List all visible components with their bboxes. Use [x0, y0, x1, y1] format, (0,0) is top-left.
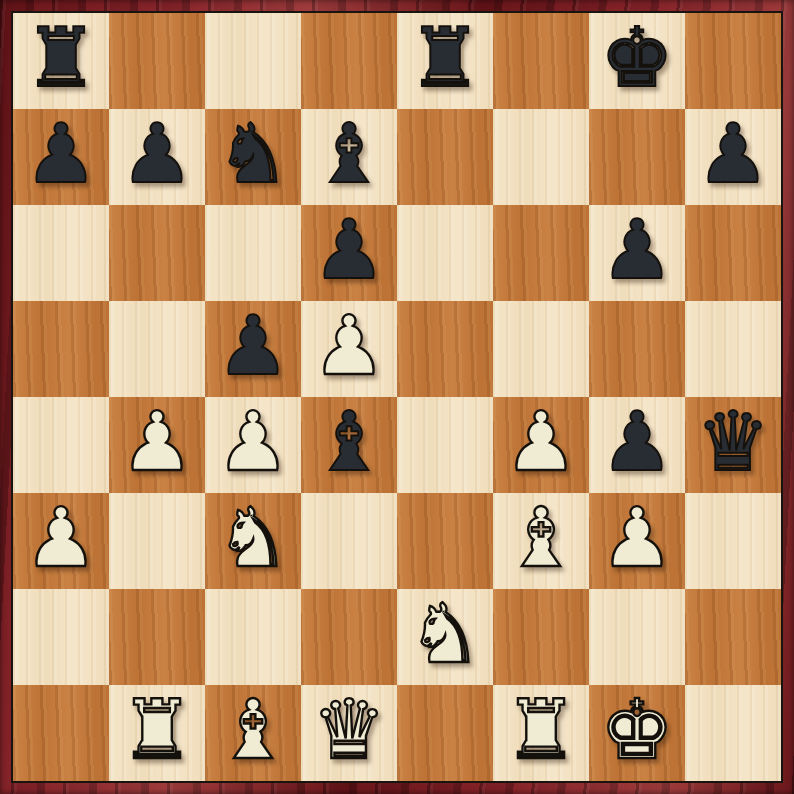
square-d5[interactable]: ♟	[301, 301, 397, 397]
square-d7[interactable]: ♝	[301, 109, 397, 205]
piece-black-pawn[interactable]: ♟	[216, 298, 290, 394]
square-e7[interactable]	[397, 109, 493, 205]
piece-black-bishop[interactable]: ♝	[312, 106, 386, 202]
square-b5[interactable]	[109, 301, 205, 397]
square-c8[interactable]	[205, 13, 301, 109]
piece-black-pawn[interactable]: ♟	[24, 106, 98, 202]
square-d3[interactable]	[301, 493, 397, 589]
square-c5[interactable]: ♟	[205, 301, 301, 397]
piece-black-queen[interactable]: ♛	[696, 394, 770, 490]
square-f4[interactable]: ♟	[493, 397, 589, 493]
square-e2[interactable]: ♞	[397, 589, 493, 685]
piece-black-knight[interactable]: ♞	[216, 106, 290, 202]
square-a1[interactable]	[13, 685, 109, 781]
square-f3[interactable]: ♝	[493, 493, 589, 589]
piece-white-pawn[interactable]: ♟	[600, 490, 674, 586]
square-g4[interactable]: ♟	[589, 397, 685, 493]
square-g7[interactable]	[589, 109, 685, 205]
square-g2[interactable]	[589, 589, 685, 685]
square-f8[interactable]	[493, 13, 589, 109]
piece-black-king[interactable]: ♚	[600, 10, 674, 106]
square-a7[interactable]: ♟	[13, 109, 109, 205]
piece-white-rook[interactable]: ♜	[504, 682, 578, 778]
square-c3[interactable]: ♞	[205, 493, 301, 589]
piece-white-knight[interactable]: ♞	[408, 586, 482, 682]
square-d8[interactable]	[301, 13, 397, 109]
piece-white-rook[interactable]: ♜	[120, 682, 194, 778]
square-f6[interactable]	[493, 205, 589, 301]
square-f5[interactable]	[493, 301, 589, 397]
square-c6[interactable]	[205, 205, 301, 301]
piece-white-pawn[interactable]: ♟	[504, 394, 578, 490]
square-h2[interactable]	[685, 589, 781, 685]
square-a2[interactable]	[13, 589, 109, 685]
square-e4[interactable]	[397, 397, 493, 493]
square-c1[interactable]: ♝	[205, 685, 301, 781]
piece-white-bishop[interactable]: ♝	[216, 682, 290, 778]
square-d2[interactable]	[301, 589, 397, 685]
square-e3[interactable]	[397, 493, 493, 589]
square-b7[interactable]: ♟	[109, 109, 205, 205]
piece-black-rook[interactable]: ♜	[408, 10, 482, 106]
square-a3[interactable]: ♟	[13, 493, 109, 589]
square-g1[interactable]: ♚	[589, 685, 685, 781]
square-g8[interactable]: ♚	[589, 13, 685, 109]
square-a8[interactable]: ♜	[13, 13, 109, 109]
square-d4[interactable]: ♝	[301, 397, 397, 493]
square-h4[interactable]: ♛	[685, 397, 781, 493]
piece-white-bishop[interactable]: ♝	[504, 490, 578, 586]
square-b1[interactable]: ♜	[109, 685, 205, 781]
square-b3[interactable]	[109, 493, 205, 589]
square-d1[interactable]: ♛	[301, 685, 397, 781]
piece-black-rook[interactable]: ♜	[24, 10, 98, 106]
piece-white-king[interactable]: ♚	[600, 682, 674, 778]
square-a6[interactable]	[13, 205, 109, 301]
square-h7[interactable]: ♟	[685, 109, 781, 205]
square-b4[interactable]: ♟	[109, 397, 205, 493]
piece-white-pawn[interactable]: ♟	[120, 394, 194, 490]
piece-black-pawn[interactable]: ♟	[600, 394, 674, 490]
piece-black-pawn[interactable]: ♟	[600, 202, 674, 298]
square-c7[interactable]: ♞	[205, 109, 301, 205]
square-b8[interactable]	[109, 13, 205, 109]
square-e1[interactable]	[397, 685, 493, 781]
square-e5[interactable]	[397, 301, 493, 397]
square-g3[interactable]: ♟	[589, 493, 685, 589]
square-h5[interactable]	[685, 301, 781, 397]
square-f7[interactable]	[493, 109, 589, 205]
square-c2[interactable]	[205, 589, 301, 685]
piece-white-knight[interactable]: ♞	[216, 490, 290, 586]
piece-black-bishop[interactable]: ♝	[312, 394, 386, 490]
square-g6[interactable]: ♟	[589, 205, 685, 301]
square-h1[interactable]	[685, 685, 781, 781]
piece-black-pawn[interactable]: ♟	[120, 106, 194, 202]
square-d6[interactable]: ♟	[301, 205, 397, 301]
square-b6[interactable]	[109, 205, 205, 301]
piece-white-pawn[interactable]: ♟	[216, 394, 290, 490]
chess-board: ♜♜♚♟♟♞♝♟♟♟♟♟♟♟♝♟♟♛♟♞♝♟♞♜♝♛♜♚	[11, 11, 783, 783]
square-h6[interactable]	[685, 205, 781, 301]
square-b2[interactable]	[109, 589, 205, 685]
square-c4[interactable]: ♟	[205, 397, 301, 493]
board-frame: ♜♜♚♟♟♞♝♟♟♟♟♟♟♟♝♟♟♛♟♞♝♟♞♜♝♛♜♚	[0, 0, 794, 794]
square-f1[interactable]: ♜	[493, 685, 589, 781]
piece-white-pawn[interactable]: ♟	[24, 490, 98, 586]
piece-white-queen[interactable]: ♛	[312, 682, 386, 778]
square-e6[interactable]	[397, 205, 493, 301]
piece-black-pawn[interactable]: ♟	[696, 106, 770, 202]
square-h8[interactable]	[685, 13, 781, 109]
square-a4[interactable]	[13, 397, 109, 493]
square-g5[interactable]	[589, 301, 685, 397]
piece-white-pawn[interactable]: ♟	[312, 298, 386, 394]
square-a5[interactable]	[13, 301, 109, 397]
square-e8[interactable]: ♜	[397, 13, 493, 109]
piece-black-pawn[interactable]: ♟	[312, 202, 386, 298]
square-f2[interactable]	[493, 589, 589, 685]
square-h3[interactable]	[685, 493, 781, 589]
